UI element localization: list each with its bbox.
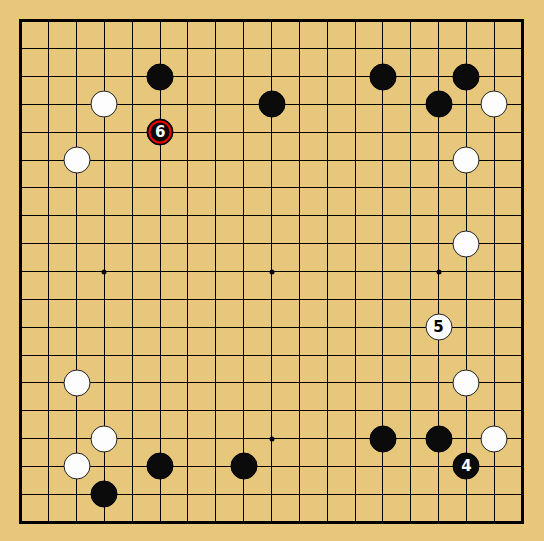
intersection-B4[interactable] <box>35 425 63 453</box>
intersection-C19[interactable] <box>63 7 91 35</box>
intersection-E13[interactable] <box>118 174 146 202</box>
intersection-S19[interactable] <box>480 7 508 35</box>
intersection-N18[interactable] <box>341 35 369 63</box>
intersection-B15[interactable] <box>35 118 63 146</box>
intersection-R3[interactable]: 4 <box>453 453 481 481</box>
intersection-N2[interactable] <box>341 480 369 508</box>
intersection-G14[interactable] <box>174 146 202 174</box>
intersection-N6[interactable] <box>341 369 369 397</box>
intersection-H8[interactable] <box>202 313 230 341</box>
stone-white-C14[interactable] <box>63 147 90 174</box>
intersection-T19[interactable] <box>508 7 536 35</box>
intersection-R2[interactable] <box>453 480 481 508</box>
intersection-P15[interactable] <box>397 118 425 146</box>
intersection-P17[interactable] <box>397 63 425 91</box>
intersection-P9[interactable] <box>397 285 425 313</box>
intersection-D18[interactable] <box>91 35 119 63</box>
intersection-R14[interactable] <box>453 146 481 174</box>
intersection-Q12[interactable] <box>425 202 453 230</box>
intersection-M1[interactable] <box>313 508 341 536</box>
intersection-E2[interactable] <box>118 480 146 508</box>
intersection-F15[interactable]: 6 <box>146 118 174 146</box>
intersection-T14[interactable] <box>508 146 536 174</box>
intersection-G6[interactable] <box>174 369 202 397</box>
intersection-H16[interactable] <box>202 91 230 119</box>
stone-black-F3[interactable] <box>147 453 174 480</box>
intersection-P8[interactable] <box>397 313 425 341</box>
stone-black-F17[interactable] <box>147 63 174 90</box>
intersection-H12[interactable] <box>202 202 230 230</box>
intersection-A18[interactable] <box>7 35 35 63</box>
intersection-Q1[interactable] <box>425 508 453 536</box>
intersection-Q9[interactable] <box>425 285 453 313</box>
intersection-A9[interactable] <box>7 285 35 313</box>
intersection-D19[interactable] <box>91 7 119 35</box>
intersection-N13[interactable] <box>341 174 369 202</box>
intersection-L12[interactable] <box>285 202 313 230</box>
intersection-L8[interactable] <box>285 313 313 341</box>
intersection-O13[interactable] <box>369 174 397 202</box>
intersection-S3[interactable] <box>480 453 508 481</box>
intersection-S12[interactable] <box>480 202 508 230</box>
intersection-C8[interactable] <box>63 313 91 341</box>
intersection-B12[interactable] <box>35 202 63 230</box>
stone-black-R17[interactable] <box>453 63 480 90</box>
intersection-T3[interactable] <box>508 453 536 481</box>
intersection-O9[interactable] <box>369 285 397 313</box>
intersection-B3[interactable] <box>35 453 63 481</box>
intersection-E19[interactable] <box>118 7 146 35</box>
intersection-B17[interactable] <box>35 63 63 91</box>
intersection-T13[interactable] <box>508 174 536 202</box>
intersection-P11[interactable] <box>397 230 425 258</box>
intersection-E9[interactable] <box>118 285 146 313</box>
intersection-H15[interactable] <box>202 118 230 146</box>
intersection-B7[interactable] <box>35 341 63 369</box>
intersection-O7[interactable] <box>369 341 397 369</box>
intersection-Q7[interactable] <box>425 341 453 369</box>
intersection-G5[interactable] <box>174 397 202 425</box>
intersection-B10[interactable] <box>35 258 63 286</box>
intersection-N4[interactable] <box>341 425 369 453</box>
intersection-D10[interactable] <box>91 258 119 286</box>
intersection-P18[interactable] <box>397 35 425 63</box>
intersection-O11[interactable] <box>369 230 397 258</box>
intersection-F19[interactable] <box>146 7 174 35</box>
intersection-S2[interactable] <box>480 480 508 508</box>
intersection-Q19[interactable] <box>425 7 453 35</box>
intersection-D11[interactable] <box>91 230 119 258</box>
intersection-F14[interactable] <box>146 146 174 174</box>
intersection-F11[interactable] <box>146 230 174 258</box>
intersection-O14[interactable] <box>369 146 397 174</box>
intersection-G16[interactable] <box>174 91 202 119</box>
intersection-C11[interactable] <box>63 230 91 258</box>
intersection-H10[interactable] <box>202 258 230 286</box>
intersection-K7[interactable] <box>258 341 286 369</box>
intersection-J10[interactable] <box>230 258 258 286</box>
intersection-N15[interactable] <box>341 118 369 146</box>
intersection-L10[interactable] <box>285 258 313 286</box>
intersection-F2[interactable] <box>146 480 174 508</box>
intersection-B11[interactable] <box>35 230 63 258</box>
intersection-D2[interactable] <box>91 480 119 508</box>
intersection-M2[interactable] <box>313 480 341 508</box>
intersection-O3[interactable] <box>369 453 397 481</box>
intersection-P1[interactable] <box>397 508 425 536</box>
intersection-T1[interactable] <box>508 508 536 536</box>
intersection-K15[interactable] <box>258 118 286 146</box>
intersection-A6[interactable] <box>7 369 35 397</box>
intersection-F13[interactable] <box>146 174 174 202</box>
intersection-H1[interactable] <box>202 508 230 536</box>
intersection-E16[interactable] <box>118 91 146 119</box>
intersection-O4[interactable] <box>369 425 397 453</box>
intersection-H6[interactable] <box>202 369 230 397</box>
intersection-E6[interactable] <box>118 369 146 397</box>
intersection-S11[interactable] <box>480 230 508 258</box>
intersection-N8[interactable] <box>341 313 369 341</box>
intersection-K11[interactable] <box>258 230 286 258</box>
intersection-E12[interactable] <box>118 202 146 230</box>
intersection-T16[interactable] <box>508 91 536 119</box>
intersection-G2[interactable] <box>174 480 202 508</box>
intersection-S8[interactable] <box>480 313 508 341</box>
intersection-A11[interactable] <box>7 230 35 258</box>
intersection-R12[interactable] <box>453 202 481 230</box>
stone-white-R14[interactable] <box>453 147 480 174</box>
intersection-K19[interactable] <box>258 7 286 35</box>
intersection-B18[interactable] <box>35 35 63 63</box>
intersection-E1[interactable] <box>118 508 146 536</box>
intersection-D16[interactable] <box>91 91 119 119</box>
intersection-O8[interactable] <box>369 313 397 341</box>
intersection-S4[interactable] <box>480 425 508 453</box>
intersection-J2[interactable] <box>230 480 258 508</box>
intersection-K6[interactable] <box>258 369 286 397</box>
intersection-K14[interactable] <box>258 146 286 174</box>
intersection-P2[interactable] <box>397 480 425 508</box>
stone-white-R6[interactable] <box>453 369 480 396</box>
intersection-Q5[interactable] <box>425 397 453 425</box>
intersection-T17[interactable] <box>508 63 536 91</box>
intersection-F6[interactable] <box>146 369 174 397</box>
intersection-G8[interactable] <box>174 313 202 341</box>
intersection-E18[interactable] <box>118 35 146 63</box>
intersection-P4[interactable] <box>397 425 425 453</box>
intersection-B13[interactable] <box>35 174 63 202</box>
intersection-C18[interactable] <box>63 35 91 63</box>
intersection-D5[interactable] <box>91 397 119 425</box>
intersection-K10[interactable] <box>258 258 286 286</box>
intersection-G15[interactable] <box>174 118 202 146</box>
intersection-Q3[interactable] <box>425 453 453 481</box>
intersection-K12[interactable] <box>258 202 286 230</box>
intersection-E3[interactable] <box>118 453 146 481</box>
intersection-F17[interactable] <box>146 63 174 91</box>
intersection-H14[interactable] <box>202 146 230 174</box>
intersection-G11[interactable] <box>174 230 202 258</box>
intersection-Q8[interactable]: 5 <box>425 313 453 341</box>
intersection-M18[interactable] <box>313 35 341 63</box>
intersection-K2[interactable] <box>258 480 286 508</box>
intersection-C5[interactable] <box>63 397 91 425</box>
intersection-L6[interactable] <box>285 369 313 397</box>
intersection-L14[interactable] <box>285 146 313 174</box>
intersection-R11[interactable] <box>453 230 481 258</box>
intersection-N1[interactable] <box>341 508 369 536</box>
intersection-K1[interactable] <box>258 508 286 536</box>
intersection-M9[interactable] <box>313 285 341 313</box>
intersection-F1[interactable] <box>146 508 174 536</box>
stone-black-O17[interactable] <box>369 63 396 90</box>
intersection-B16[interactable] <box>35 91 63 119</box>
intersection-R8[interactable] <box>453 313 481 341</box>
stone-black-F15[interactable]: 6 <box>147 119 174 146</box>
intersection-L16[interactable] <box>285 91 313 119</box>
intersection-C1[interactable] <box>63 508 91 536</box>
intersection-L17[interactable] <box>285 63 313 91</box>
stone-white-C6[interactable] <box>63 369 90 396</box>
intersection-J18[interactable] <box>230 35 258 63</box>
intersection-R18[interactable] <box>453 35 481 63</box>
intersection-Q15[interactable] <box>425 118 453 146</box>
intersection-T6[interactable] <box>508 369 536 397</box>
intersection-M13[interactable] <box>313 174 341 202</box>
intersection-Q2[interactable] <box>425 480 453 508</box>
intersection-J8[interactable] <box>230 313 258 341</box>
intersection-M17[interactable] <box>313 63 341 91</box>
intersection-M8[interactable] <box>313 313 341 341</box>
intersection-S6[interactable] <box>480 369 508 397</box>
intersection-T4[interactable] <box>508 425 536 453</box>
intersection-B6[interactable] <box>35 369 63 397</box>
intersection-C16[interactable] <box>63 91 91 119</box>
intersection-H7[interactable] <box>202 341 230 369</box>
intersection-S1[interactable] <box>480 508 508 536</box>
intersection-R16[interactable] <box>453 91 481 119</box>
intersection-N17[interactable] <box>341 63 369 91</box>
intersection-N7[interactable] <box>341 341 369 369</box>
intersection-J7[interactable] <box>230 341 258 369</box>
intersection-L3[interactable] <box>285 453 313 481</box>
intersection-N12[interactable] <box>341 202 369 230</box>
intersection-P3[interactable] <box>397 453 425 481</box>
intersection-D9[interactable] <box>91 285 119 313</box>
intersection-R7[interactable] <box>453 341 481 369</box>
intersection-C10[interactable] <box>63 258 91 286</box>
intersection-A17[interactable] <box>7 63 35 91</box>
intersection-D12[interactable] <box>91 202 119 230</box>
intersection-P13[interactable] <box>397 174 425 202</box>
intersection-E4[interactable] <box>118 425 146 453</box>
intersection-Q17[interactable] <box>425 63 453 91</box>
stone-white-Q8[interactable]: 5 <box>425 314 452 341</box>
intersection-F5[interactable] <box>146 397 174 425</box>
intersection-A12[interactable] <box>7 202 35 230</box>
intersection-H17[interactable] <box>202 63 230 91</box>
intersection-G12[interactable] <box>174 202 202 230</box>
intersection-A14[interactable] <box>7 146 35 174</box>
intersection-C12[interactable] <box>63 202 91 230</box>
intersection-G18[interactable] <box>174 35 202 63</box>
intersection-R4[interactable] <box>453 425 481 453</box>
intersection-A10[interactable] <box>7 258 35 286</box>
intersection-P7[interactable] <box>397 341 425 369</box>
intersection-N19[interactable] <box>341 7 369 35</box>
intersection-M16[interactable] <box>313 91 341 119</box>
intersection-P6[interactable] <box>397 369 425 397</box>
intersection-M7[interactable] <box>313 341 341 369</box>
intersection-T11[interactable] <box>508 230 536 258</box>
intersection-O15[interactable] <box>369 118 397 146</box>
intersection-N16[interactable] <box>341 91 369 119</box>
intersection-C6[interactable] <box>63 369 91 397</box>
intersection-E8[interactable] <box>118 313 146 341</box>
stone-black-O4[interactable] <box>369 425 396 452</box>
intersection-G10[interactable] <box>174 258 202 286</box>
stone-white-C3[interactable] <box>63 453 90 480</box>
intersection-R17[interactable] <box>453 63 481 91</box>
intersection-K17[interactable] <box>258 63 286 91</box>
intersection-H4[interactable] <box>202 425 230 453</box>
intersection-F9[interactable] <box>146 285 174 313</box>
intersection-D15[interactable] <box>91 118 119 146</box>
intersection-B14[interactable] <box>35 146 63 174</box>
intersection-A16[interactable] <box>7 91 35 119</box>
stone-black-Q16[interactable] <box>425 91 452 118</box>
intersection-S7[interactable] <box>480 341 508 369</box>
intersection-N14[interactable] <box>341 146 369 174</box>
intersection-G13[interactable] <box>174 174 202 202</box>
intersection-E15[interactable] <box>118 118 146 146</box>
intersection-E14[interactable] <box>118 146 146 174</box>
intersection-A3[interactable] <box>7 453 35 481</box>
intersection-F10[interactable] <box>146 258 174 286</box>
intersection-L13[interactable] <box>285 174 313 202</box>
intersection-L18[interactable] <box>285 35 313 63</box>
intersection-S14[interactable] <box>480 146 508 174</box>
intersection-H18[interactable] <box>202 35 230 63</box>
intersection-S15[interactable] <box>480 118 508 146</box>
intersection-J4[interactable] <box>230 425 258 453</box>
intersection-O19[interactable] <box>369 7 397 35</box>
intersection-Q16[interactable] <box>425 91 453 119</box>
intersection-J3[interactable] <box>230 453 258 481</box>
intersection-M5[interactable] <box>313 397 341 425</box>
intersection-P12[interactable] <box>397 202 425 230</box>
intersection-G4[interactable] <box>174 425 202 453</box>
intersection-M19[interactable] <box>313 7 341 35</box>
intersection-H13[interactable] <box>202 174 230 202</box>
intersection-M10[interactable] <box>313 258 341 286</box>
intersection-T2[interactable] <box>508 480 536 508</box>
stone-black-J3[interactable] <box>230 453 257 480</box>
intersection-B8[interactable] <box>35 313 63 341</box>
intersection-C3[interactable] <box>63 453 91 481</box>
intersection-O17[interactable] <box>369 63 397 91</box>
intersection-K3[interactable] <box>258 453 286 481</box>
intersection-T8[interactable] <box>508 313 536 341</box>
intersection-G1[interactable] <box>174 508 202 536</box>
intersection-B9[interactable] <box>35 285 63 313</box>
intersection-J11[interactable] <box>230 230 258 258</box>
intersection-J19[interactable] <box>230 7 258 35</box>
intersection-F16[interactable] <box>146 91 174 119</box>
stone-white-D16[interactable] <box>91 91 118 118</box>
intersection-R9[interactable] <box>453 285 481 313</box>
intersection-T7[interactable] <box>508 341 536 369</box>
intersection-N3[interactable] <box>341 453 369 481</box>
intersection-G9[interactable] <box>174 285 202 313</box>
intersection-M6[interactable] <box>313 369 341 397</box>
intersection-D13[interactable] <box>91 174 119 202</box>
intersection-J17[interactable] <box>230 63 258 91</box>
intersection-G19[interactable] <box>174 7 202 35</box>
intersection-Q4[interactable] <box>425 425 453 453</box>
intersection-H5[interactable] <box>202 397 230 425</box>
intersection-G7[interactable] <box>174 341 202 369</box>
intersection-T12[interactable] <box>508 202 536 230</box>
stone-white-D4[interactable] <box>91 425 118 452</box>
intersection-M11[interactable] <box>313 230 341 258</box>
intersection-Q11[interactable] <box>425 230 453 258</box>
intersection-O10[interactable] <box>369 258 397 286</box>
stone-white-R11[interactable] <box>453 230 480 257</box>
intersection-D1[interactable] <box>91 508 119 536</box>
intersection-C14[interactable] <box>63 146 91 174</box>
intersection-M4[interactable] <box>313 425 341 453</box>
intersection-M3[interactable] <box>313 453 341 481</box>
intersection-L19[interactable] <box>285 7 313 35</box>
intersection-S9[interactable] <box>480 285 508 313</box>
intersection-N10[interactable] <box>341 258 369 286</box>
intersection-R6[interactable] <box>453 369 481 397</box>
intersection-S18[interactable] <box>480 35 508 63</box>
intersection-A8[interactable] <box>7 313 35 341</box>
intersection-J1[interactable] <box>230 508 258 536</box>
intersection-D7[interactable] <box>91 341 119 369</box>
intersection-M15[interactable] <box>313 118 341 146</box>
intersection-K8[interactable] <box>258 313 286 341</box>
intersection-P16[interactable] <box>397 91 425 119</box>
intersection-H2[interactable] <box>202 480 230 508</box>
intersection-P19[interactable] <box>397 7 425 35</box>
intersection-A2[interactable] <box>7 480 35 508</box>
intersection-A1[interactable] <box>7 508 35 536</box>
intersection-B2[interactable] <box>35 480 63 508</box>
intersection-O12[interactable] <box>369 202 397 230</box>
intersection-H19[interactable] <box>202 7 230 35</box>
stone-black-K16[interactable] <box>258 91 285 118</box>
intersection-A7[interactable] <box>7 341 35 369</box>
intersection-S10[interactable] <box>480 258 508 286</box>
intersection-C7[interactable] <box>63 341 91 369</box>
intersection-L1[interactable] <box>285 508 313 536</box>
intersection-A19[interactable] <box>7 7 35 35</box>
intersection-P14[interactable] <box>397 146 425 174</box>
intersection-K5[interactable] <box>258 397 286 425</box>
intersection-K13[interactable] <box>258 174 286 202</box>
intersection-M14[interactable] <box>313 146 341 174</box>
intersection-B19[interactable] <box>35 7 63 35</box>
intersection-H9[interactable] <box>202 285 230 313</box>
intersection-L2[interactable] <box>285 480 313 508</box>
intersection-E5[interactable] <box>118 397 146 425</box>
intersection-J6[interactable] <box>230 369 258 397</box>
intersection-Q6[interactable] <box>425 369 453 397</box>
intersection-F18[interactable] <box>146 35 174 63</box>
